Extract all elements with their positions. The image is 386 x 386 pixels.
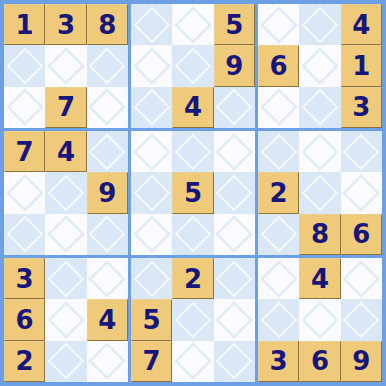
given-digit: 8	[311, 221, 329, 247]
diamond-pattern	[343, 133, 380, 170]
sudoku-board: 13854961743749528632464527369	[4, 4, 382, 382]
cell-r1c4[interactable]	[131, 4, 172, 45]
diamond-pattern	[302, 48, 339, 85]
cell-r6c6[interactable]	[214, 214, 255, 255]
cell-r4c3[interactable]	[87, 131, 128, 172]
cell-r8c7[interactable]	[258, 299, 299, 340]
cell-r4c7[interactable]	[258, 131, 299, 172]
cell-r8c3: 4	[87, 299, 128, 340]
cell-r1c2: 3	[45, 4, 86, 45]
diamond-pattern	[175, 343, 212, 380]
given-digit: 6	[16, 307, 34, 333]
diamond-pattern	[260, 89, 297, 126]
diamond-pattern	[175, 133, 212, 170]
cell-r3c6[interactable]	[214, 87, 255, 128]
given-digit: 6	[352, 221, 370, 247]
diamond-pattern	[216, 302, 253, 339]
cell-r3c7[interactable]	[258, 87, 299, 128]
cell-r2c3[interactable]	[87, 45, 128, 86]
cell-r1c7[interactable]	[258, 4, 299, 45]
diamond-pattern	[89, 133, 126, 170]
cell-r4c4[interactable]	[131, 131, 172, 172]
diamond-pattern	[216, 175, 253, 212]
cell-r9c7: 3	[258, 341, 299, 382]
cell-r3c5: 4	[172, 87, 213, 128]
cell-r6c7[interactable]	[258, 214, 299, 255]
cell-r2c4[interactable]	[131, 45, 172, 86]
cell-r7c6[interactable]	[214, 258, 255, 299]
cell-r1c8[interactable]	[299, 4, 340, 45]
cell-r5c1[interactable]	[4, 172, 45, 213]
diamond-pattern	[343, 260, 380, 297]
given-digit: 3	[352, 94, 370, 120]
cell-r9c4: 7	[131, 341, 172, 382]
given-digit: 5	[143, 307, 161, 333]
cell-r8c4: 5	[131, 299, 172, 340]
cell-r8c9[interactable]	[341, 299, 382, 340]
cell-r5c6[interactable]	[214, 172, 255, 213]
given-digit: 9	[352, 348, 370, 374]
cell-r5c2[interactable]	[45, 172, 86, 213]
cell-r8c8[interactable]	[299, 299, 340, 340]
cell-r5c3: 9	[87, 172, 128, 213]
cell-r3c1[interactable]	[4, 87, 45, 128]
cell-r1c1: 1	[4, 4, 45, 45]
cell-r8c1: 6	[4, 299, 45, 340]
given-digit: 9	[98, 180, 116, 206]
cell-r4c2: 4	[45, 131, 86, 172]
diamond-pattern	[260, 216, 297, 253]
cell-r2c1[interactable]	[4, 45, 45, 86]
diamond-pattern	[302, 6, 339, 43]
cell-r7c3[interactable]	[87, 258, 128, 299]
given-digit: 1	[16, 12, 34, 38]
cell-r9c2[interactable]	[45, 341, 86, 382]
diamond-pattern	[133, 216, 170, 253]
diamond-pattern	[260, 6, 297, 43]
given-digit: 5	[184, 180, 202, 206]
diamond-pattern	[175, 302, 212, 339]
diamond-pattern	[302, 302, 339, 339]
cell-r2c7: 6	[258, 45, 299, 86]
cell-r2c2[interactable]	[45, 45, 86, 86]
cell-r2c6: 9	[214, 45, 255, 86]
given-digit: 1	[352, 53, 370, 79]
diamond-pattern	[48, 260, 85, 297]
given-digit: 4	[352, 12, 370, 38]
diamond-pattern	[216, 216, 253, 253]
diamond-pattern	[175, 48, 212, 85]
given-digit: 7	[16, 139, 34, 165]
given-digit: 3	[16, 266, 34, 292]
diamond-pattern	[89, 216, 126, 253]
diamond-pattern	[175, 216, 212, 253]
given-digit: 6	[270, 53, 288, 79]
diamond-pattern	[175, 6, 212, 43]
cell-r9c9: 9	[341, 341, 382, 382]
given-digit: 7	[143, 348, 161, 374]
cell-r2c9: 1	[341, 45, 382, 86]
given-digit: 4	[184, 94, 202, 120]
diamond-pattern	[48, 48, 85, 85]
cell-r4c9[interactable]	[341, 131, 382, 172]
cell-r4c8[interactable]	[299, 131, 340, 172]
given-digit: 4	[311, 266, 329, 292]
cell-r6c9: 6	[341, 214, 382, 255]
given-digit: 5	[225, 12, 243, 38]
diamond-pattern	[89, 48, 126, 85]
cell-r8c5[interactable]	[172, 299, 213, 340]
cell-r7c1: 3	[4, 258, 45, 299]
cell-r9c6[interactable]	[214, 341, 255, 382]
diamond-pattern	[260, 260, 297, 297]
cell-r3c3[interactable]	[87, 87, 128, 128]
diamond-pattern	[133, 89, 170, 126]
cell-r7c9[interactable]	[341, 258, 382, 299]
diamond-pattern	[6, 48, 43, 85]
cell-r3c9: 3	[341, 87, 382, 128]
given-digit: 7	[57, 94, 75, 120]
diamond-pattern	[89, 343, 126, 380]
cell-r9c5[interactable]	[172, 341, 213, 382]
given-digit: 9	[225, 53, 243, 79]
cell-r4c6[interactable]	[214, 131, 255, 172]
cell-r7c5: 2	[172, 258, 213, 299]
given-digit: 3	[57, 12, 75, 38]
given-digit: 6	[311, 348, 329, 374]
cell-r3c8[interactable]	[299, 87, 340, 128]
cell-r5c5: 5	[172, 172, 213, 213]
given-digit: 4	[98, 307, 116, 333]
sudoku-board-frame: 13854961743749528632464527369	[0, 0, 386, 386]
cell-r8c6[interactable]	[214, 299, 255, 340]
diamond-pattern	[48, 302, 85, 339]
cell-r5c9[interactable]	[341, 172, 382, 213]
diamond-pattern	[343, 302, 380, 339]
diamond-pattern	[133, 6, 170, 43]
cell-r5c7: 2	[258, 172, 299, 213]
cell-r8c2[interactable]	[45, 299, 86, 340]
cell-r1c3: 8	[87, 4, 128, 45]
diamond-pattern	[302, 175, 339, 212]
given-digit: 8	[98, 12, 116, 38]
cell-r3c4[interactable]	[131, 87, 172, 128]
cell-r6c8: 8	[299, 214, 340, 255]
diamond-pattern	[302, 133, 339, 170]
given-digit: 2	[184, 266, 202, 292]
cell-r7c8: 4	[299, 258, 340, 299]
diamond-pattern	[216, 89, 253, 126]
diamond-pattern	[216, 133, 253, 170]
given-digit: 4	[57, 139, 75, 165]
given-digit: 2	[270, 180, 288, 206]
cell-r1c5[interactable]	[172, 4, 213, 45]
diamond-pattern	[6, 175, 43, 212]
diamond-pattern	[302, 89, 339, 126]
cell-r7c7[interactable]	[258, 258, 299, 299]
diamond-pattern	[48, 216, 85, 253]
cell-r4c5[interactable]	[172, 131, 213, 172]
given-digit: 2	[16, 348, 34, 374]
diamond-pattern	[260, 302, 297, 339]
cell-r9c8: 6	[299, 341, 340, 382]
cell-r6c1[interactable]	[4, 214, 45, 255]
diamond-pattern	[48, 175, 85, 212]
diamond-pattern	[216, 343, 253, 380]
cell-r7c2[interactable]	[45, 258, 86, 299]
cell-r2c8[interactable]	[299, 45, 340, 86]
cell-r9c1: 2	[4, 341, 45, 382]
diamond-pattern	[343, 175, 380, 212]
cell-r5c8[interactable]	[299, 172, 340, 213]
diamond-pattern	[133, 48, 170, 85]
cell-r6c5[interactable]	[172, 214, 213, 255]
diamond-pattern	[89, 260, 126, 297]
diamond-pattern	[216, 260, 253, 297]
diamond-pattern	[260, 133, 297, 170]
cell-r1c9: 4	[341, 4, 382, 45]
diamond-pattern	[48, 343, 85, 380]
given-digit: 3	[270, 348, 288, 374]
diamond-pattern	[89, 89, 126, 126]
diamond-pattern	[6, 216, 43, 253]
cell-r6c3[interactable]	[87, 214, 128, 255]
cell-r4c1: 7	[4, 131, 45, 172]
cell-r7c4[interactable]	[131, 258, 172, 299]
cell-r2c5[interactable]	[172, 45, 213, 86]
cell-r9c3[interactable]	[87, 341, 128, 382]
cell-r6c2[interactable]	[45, 214, 86, 255]
cell-r6c4[interactable]	[131, 214, 172, 255]
cell-r1c6: 5	[214, 4, 255, 45]
diamond-pattern	[133, 133, 170, 170]
cell-r5c4[interactable]	[131, 172, 172, 213]
diamond-pattern	[133, 260, 170, 297]
cell-r3c2: 7	[45, 87, 86, 128]
diamond-pattern	[133, 175, 170, 212]
diamond-pattern	[6, 89, 43, 126]
